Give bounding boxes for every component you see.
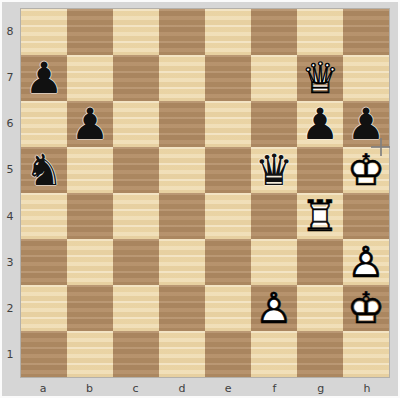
square-d6[interactable] [159,101,205,147]
rank-label-4: 4 [0,193,20,239]
file-label-e: e [205,378,251,398]
square-h4[interactable] [343,193,389,239]
white-queen-glyph-outline: ♕ [297,55,343,101]
square-f4[interactable] [251,193,297,239]
piece-black-pawn[interactable]: ♟ [297,101,343,147]
black-queen-glyph: ♛ [251,147,297,193]
square-a5[interactable]: ♞ [21,147,67,193]
piece-white-rook[interactable]: ♜♖ [297,193,343,239]
square-c7[interactable] [113,55,159,101]
square-g4[interactable]: ♜♖ [297,193,343,239]
square-e1[interactable] [205,331,251,377]
square-g2[interactable] [297,285,343,331]
rank-label-7: 7 [0,54,20,100]
square-e5[interactable] [205,147,251,193]
rank-label-1: 1 [0,332,20,378]
square-c5[interactable] [113,147,159,193]
white-pawn-glyph-outline: ♙ [343,239,389,285]
square-d7[interactable] [159,55,205,101]
square-g7[interactable]: ♛♕ [297,55,343,101]
square-h3[interactable]: ♟♙ [343,239,389,285]
white-rook-glyph-outline: ♖ [297,193,343,239]
square-b6[interactable]: ♟ [67,101,113,147]
square-d2[interactable] [159,285,205,331]
square-a4[interactable] [21,193,67,239]
square-e3[interactable] [205,239,251,285]
square-e7[interactable] [205,55,251,101]
square-g3[interactable] [297,239,343,285]
square-c4[interactable] [113,193,159,239]
file-label-g: g [298,378,344,398]
square-a6[interactable] [21,101,67,147]
piece-white-pawn[interactable]: ♟♙ [251,285,297,331]
square-b3[interactable] [67,239,113,285]
piece-black-pawn[interactable]: ♟ [67,101,113,147]
square-d5[interactable] [159,147,205,193]
square-f6[interactable] [251,101,297,147]
square-d1[interactable] [159,331,205,377]
square-b5[interactable] [67,147,113,193]
chess-board[interactable]: ♟♛♕♟♟♟♞♛♚♔♜♖♟♙♟♙♚♔ [20,8,390,378]
file-label-c: c [113,378,159,398]
rank-label-2: 2 [0,286,20,332]
black-pawn-glyph: ♟ [297,101,343,147]
square-d3[interactable] [159,239,205,285]
square-b1[interactable] [67,331,113,377]
square-b4[interactable] [67,193,113,239]
square-f7[interactable] [251,55,297,101]
square-g8[interactable] [297,9,343,55]
piece-white-pawn[interactable]: ♟♙ [343,239,389,285]
piece-black-pawn[interactable]: ♟ [343,101,389,147]
square-c6[interactable] [113,101,159,147]
square-a7[interactable]: ♟ [21,55,67,101]
square-h6[interactable]: ♟ [343,101,389,147]
square-b7[interactable] [67,55,113,101]
square-d8[interactable] [159,9,205,55]
piece-white-queen[interactable]: ♛♕ [297,55,343,101]
square-c2[interactable] [113,285,159,331]
rank-label-8: 8 [0,8,20,54]
square-h1[interactable] [343,331,389,377]
square-h7[interactable] [343,55,389,101]
square-a2[interactable] [21,285,67,331]
square-a3[interactable] [21,239,67,285]
rank-label-3: 3 [0,239,20,285]
square-e2[interactable] [205,285,251,331]
square-a1[interactable] [21,331,67,377]
piece-black-knight[interactable]: ♞ [21,147,67,193]
file-label-b: b [66,378,112,398]
rank-label-6: 6 [0,101,20,147]
piece-black-pawn[interactable]: ♟ [21,55,67,101]
black-pawn-glyph: ♟ [67,101,113,147]
square-f3[interactable] [251,239,297,285]
square-b8[interactable] [67,9,113,55]
square-f5[interactable]: ♛ [251,147,297,193]
black-pawn-glyph: ♟ [21,55,67,101]
square-h2[interactable]: ♚♔ [343,285,389,331]
file-label-f: f [251,378,297,398]
file-label-a: a [20,378,66,398]
file-labels: abcdefgh [20,378,390,398]
piece-white-king[interactable]: ♚♔ [343,147,389,193]
white-king-glyph-outline: ♔ [343,147,389,193]
square-e4[interactable] [205,193,251,239]
square-h8[interactable] [343,9,389,55]
square-f1[interactable] [251,331,297,377]
white-king-glyph-outline: ♔ [343,285,389,331]
file-label-h: h [344,378,390,398]
square-c3[interactable] [113,239,159,285]
square-g6[interactable]: ♟ [297,101,343,147]
square-g5[interactable] [297,147,343,193]
square-g1[interactable] [297,331,343,377]
file-label-d: d [159,378,205,398]
square-c8[interactable] [113,9,159,55]
piece-black-queen[interactable]: ♛ [251,147,297,193]
square-a8[interactable] [21,9,67,55]
rank-label-5: 5 [0,147,20,193]
black-pawn-glyph: ♟ [343,101,389,147]
piece-white-king[interactable]: ♚♔ [343,285,389,331]
white-pawn-glyph-outline: ♙ [251,285,297,331]
rank-labels: 87654321 [0,8,20,378]
square-e8[interactable] [205,9,251,55]
square-c1[interactable] [113,331,159,377]
chess-diagram: 87654321 ♟♛♕♟♟♟♞♛♚♔♜♖♟♙♟♙♚♔ abcdefgh [0,0,400,398]
square-b2[interactable] [67,285,113,331]
square-f2[interactable]: ♟♙ [251,285,297,331]
square-h5[interactable]: ♚♔ [343,147,389,193]
square-f8[interactable] [251,9,297,55]
square-e6[interactable] [205,101,251,147]
black-knight-glyph: ♞ [21,147,67,193]
square-d4[interactable] [159,193,205,239]
